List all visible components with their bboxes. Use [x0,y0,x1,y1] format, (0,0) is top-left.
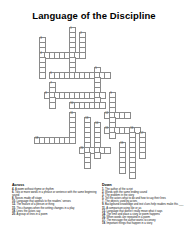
clue-item: 20. A group of lines in a poem [12,213,98,216]
clue-number: 16 [130,128,133,131]
clue-number: 18 [35,138,38,141]
empty-cell [150,173,155,178]
clue-number: 13 [85,118,88,121]
clue-item: 19. Important things that happen in a st… [102,222,188,225]
clue-number: 19 [120,143,123,146]
clue-number: 7 [50,83,51,86]
clue-number: 8 [45,93,46,96]
clue-number: 11 [70,113,73,116]
clue-number: 14 [95,123,98,126]
down-clue-list: 1. The author of the script2. Words with… [102,188,188,225]
down-header: Down [102,183,188,187]
clue-number: 12 [105,113,108,116]
clue-number: 9 [110,93,111,96]
clue-number: 2 [80,33,81,36]
clue-number: 10 [70,103,73,106]
clue-number: 15 [105,128,108,131]
clue-number: 5 [95,68,96,71]
page-title: Language of the Discipline [0,10,188,21]
clue-number: 20 [80,148,83,151]
clue-number: 3 [40,38,41,41]
clue-number: 1 [70,28,71,31]
down-clues: Down 1. The author of the script2. Words… [102,183,188,225]
clue-lists: Across 4. A poem without rhyme or rhythm… [0,183,188,225]
clue-number: 6 [50,73,51,76]
clue-number: 4 [40,53,41,56]
clue-number: 17 [140,133,143,136]
crossword-grid: 1234567891011121314151617181920 [30,28,155,178]
across-clues: Across 4. A poem without rhyme or rhythm… [12,183,98,225]
across-header: Across [12,183,98,187]
across-clue-list: 4. A poem without rhyme or rhythm6. Two … [12,188,98,216]
